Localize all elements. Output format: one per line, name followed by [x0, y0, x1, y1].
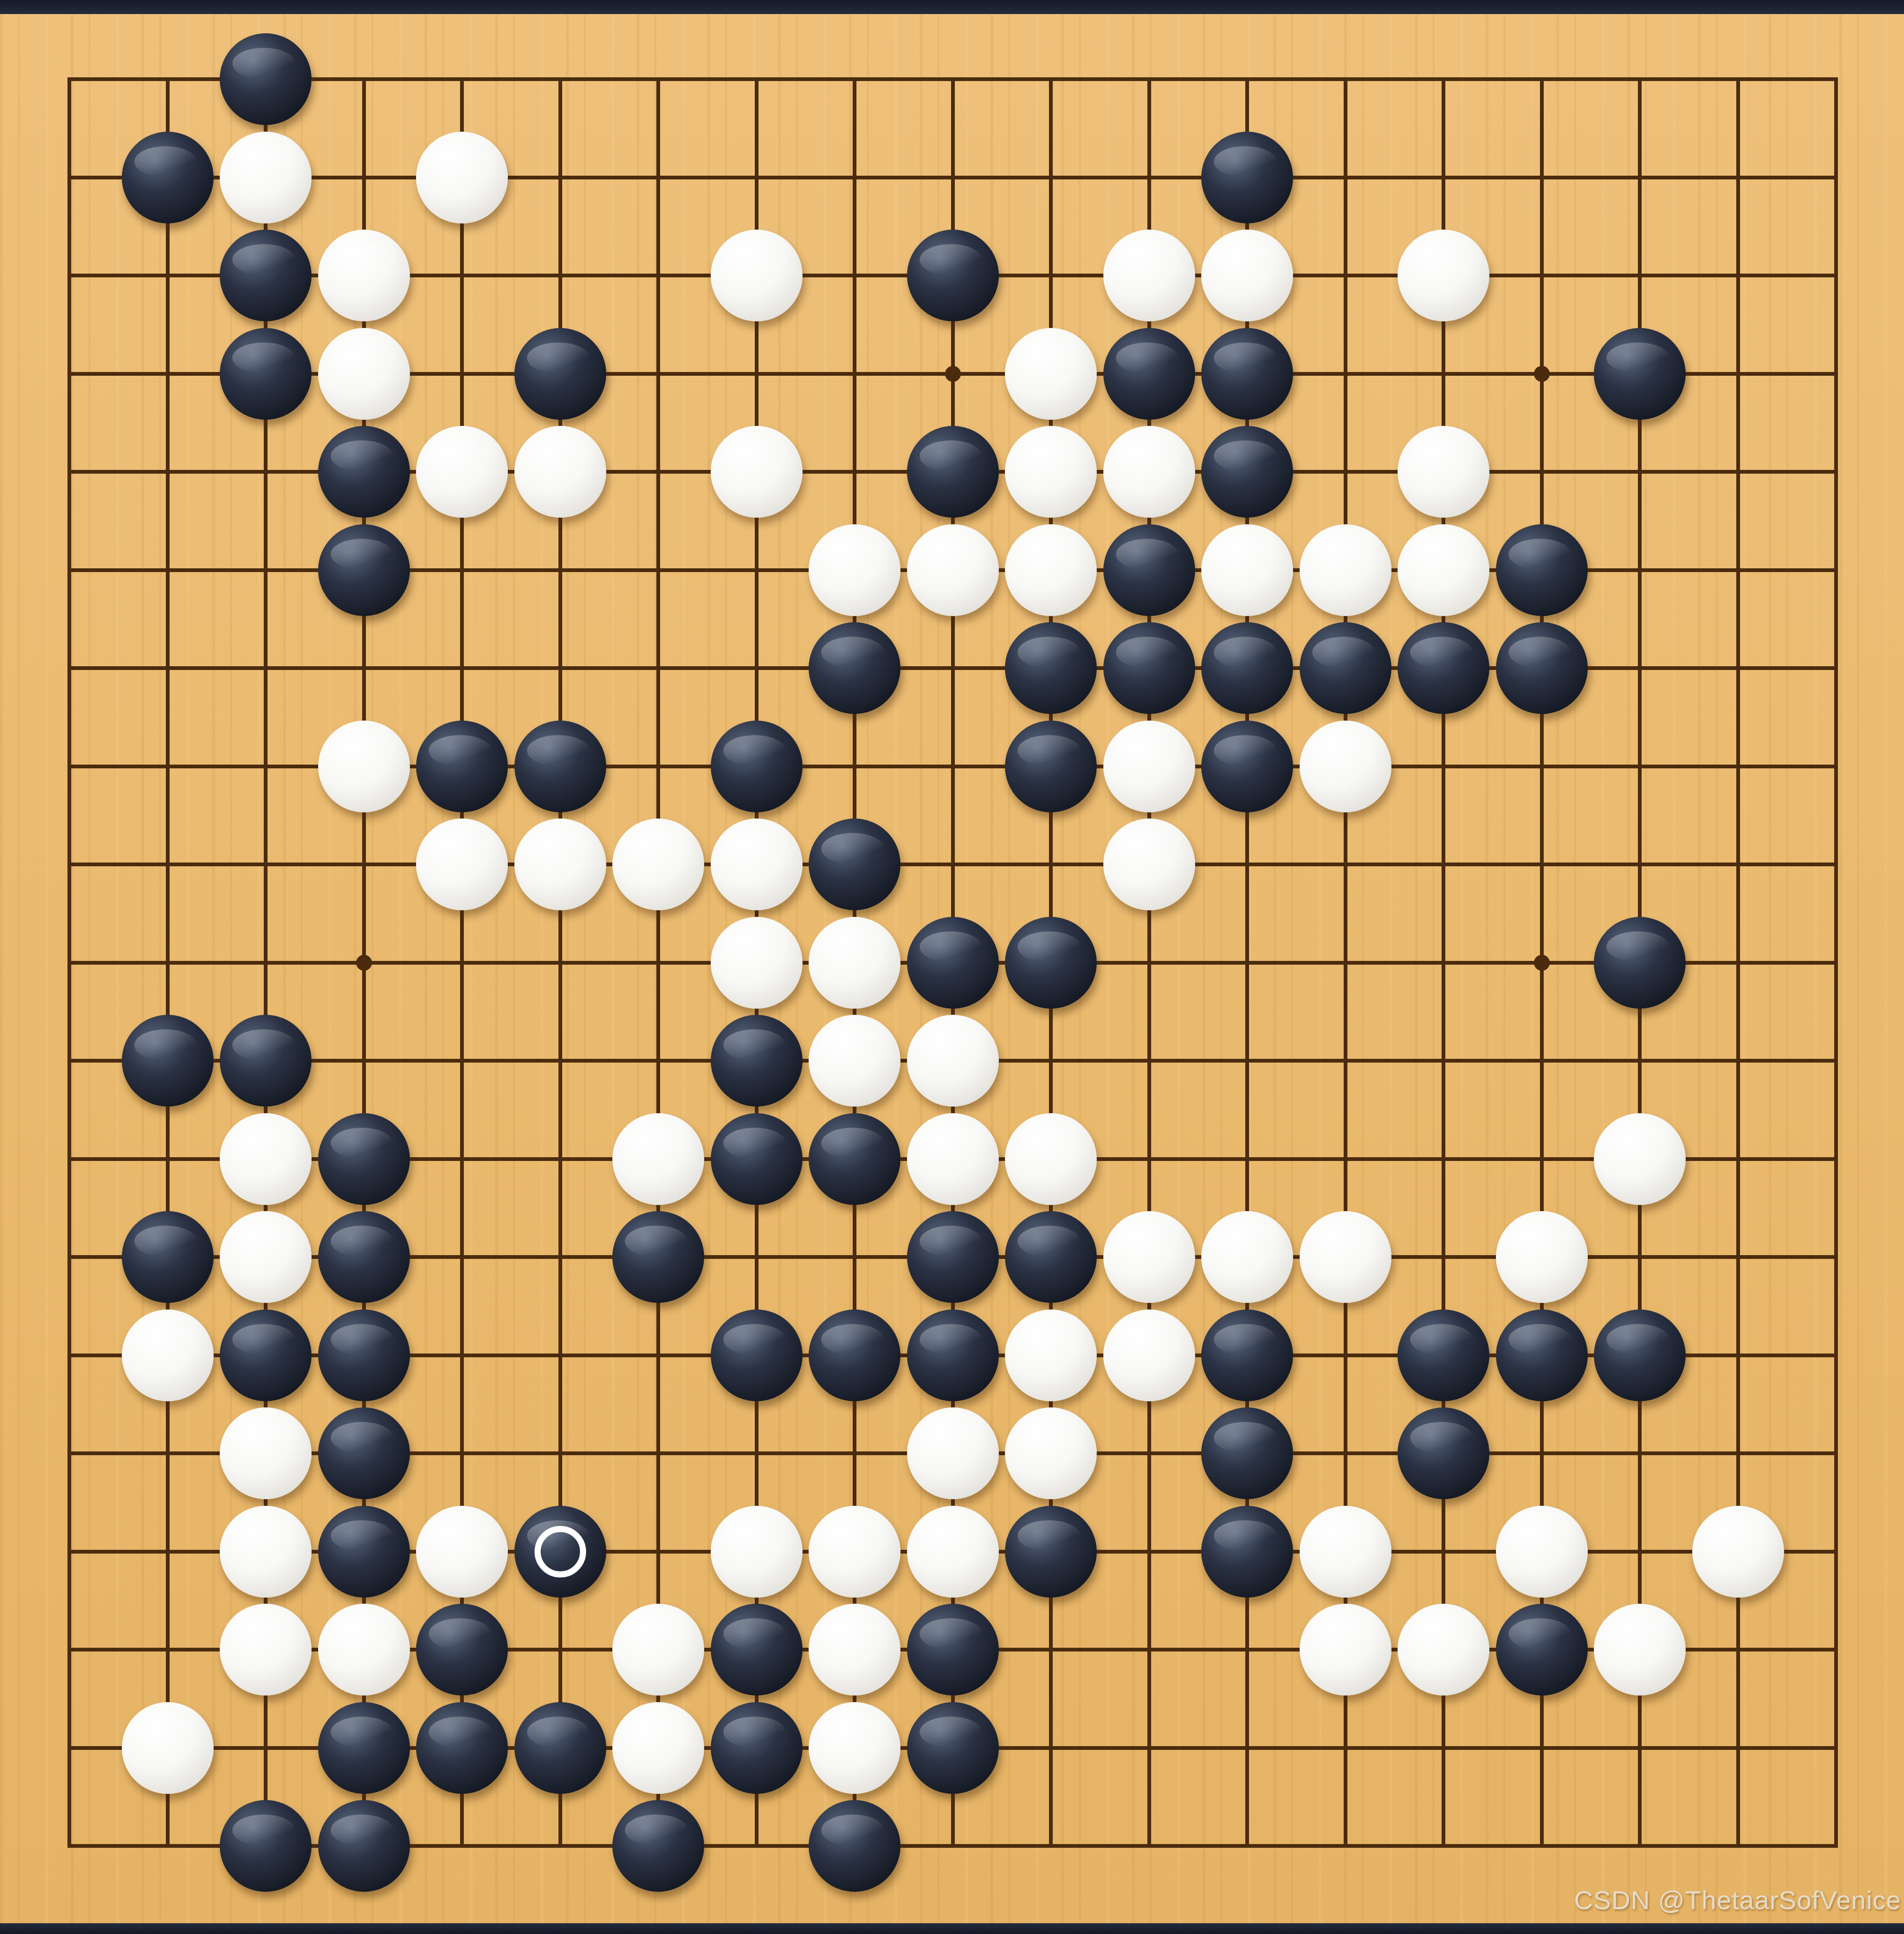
white-stone — [612, 1604, 704, 1696]
stone-highlight — [625, 833, 687, 864]
stone-highlight — [331, 539, 393, 570]
white-stone — [612, 1702, 704, 1794]
stone-highlight — [1116, 440, 1178, 472]
white-stone — [416, 1506, 508, 1598]
white-stone — [1103, 818, 1195, 910]
star-point — [1534, 366, 1550, 382]
white-stone — [1496, 1506, 1588, 1598]
stone-highlight — [1116, 244, 1178, 275]
stone-highlight — [232, 342, 295, 374]
black-stone — [1594, 328, 1686, 420]
white-stone — [1005, 426, 1097, 518]
white-stone — [809, 524, 900, 616]
stone-highlight — [134, 1226, 197, 1257]
stone-highlight — [1018, 637, 1080, 668]
stone-highlight — [1410, 244, 1473, 275]
stone-highlight — [625, 1815, 687, 1846]
white-stone — [907, 1407, 999, 1499]
stone-highlight — [821, 539, 884, 570]
black-stone — [1496, 524, 1588, 616]
stone-highlight — [1509, 1520, 1571, 1552]
stone-highlight — [232, 48, 295, 79]
white-stone — [1594, 1604, 1686, 1696]
white-stone — [809, 1015, 900, 1107]
white-stone — [1201, 524, 1293, 616]
stone-highlight — [723, 1520, 786, 1552]
stone-highlight — [1214, 342, 1276, 374]
stone-highlight — [527, 735, 589, 766]
white-stone — [711, 230, 803, 321]
black-stone — [1398, 622, 1489, 714]
black-stone — [1496, 1309, 1588, 1401]
black-stone — [318, 1702, 410, 1794]
stone-highlight — [1214, 244, 1276, 275]
stone-highlight — [1116, 735, 1178, 766]
stone-highlight — [1606, 1128, 1669, 1159]
black-stone — [318, 1800, 410, 1892]
white-stone — [612, 818, 704, 910]
stone-highlight — [232, 1520, 295, 1552]
stone-highlight — [1018, 440, 1080, 472]
stone-highlight — [331, 244, 393, 275]
bottom-window-bar — [0, 1923, 1904, 1934]
stone-highlight — [1606, 1324, 1669, 1355]
black-stone — [907, 917, 999, 1009]
stone-highlight — [821, 637, 884, 668]
stone-highlight — [1410, 637, 1473, 668]
white-stone — [1201, 1211, 1293, 1303]
white-stone — [1103, 1211, 1195, 1303]
black-stone — [416, 1702, 508, 1794]
stone-highlight — [920, 1324, 982, 1355]
stone-highlight — [1606, 931, 1669, 963]
stone-highlight — [723, 1717, 786, 1748]
white-stone — [612, 1113, 704, 1205]
white-stone — [907, 1506, 999, 1598]
black-stone — [318, 1407, 410, 1499]
stone-highlight — [1509, 1324, 1571, 1355]
black-stone — [1496, 622, 1588, 714]
white-stone — [1005, 1309, 1097, 1401]
stone-highlight — [1606, 342, 1669, 374]
stone-highlight — [331, 1815, 393, 1846]
white-stone — [1300, 1604, 1391, 1696]
white-stone — [220, 1604, 312, 1696]
black-stone — [809, 1113, 900, 1205]
black-stone — [122, 1211, 214, 1303]
screenshot-stage: CSDN @ThetaarSofVenice — [0, 0, 1904, 1934]
black-stone — [220, 230, 312, 321]
stone-highlight — [527, 1717, 589, 1748]
stone-highlight — [1018, 1128, 1080, 1159]
white-stone — [1103, 230, 1195, 321]
white-stone — [416, 426, 508, 518]
stone-highlight — [1018, 1520, 1080, 1552]
stone-highlight — [134, 1029, 197, 1061]
stone-highlight — [920, 1618, 982, 1650]
black-stone — [1201, 721, 1293, 812]
stone-highlight — [723, 440, 786, 472]
white-stone — [220, 1407, 312, 1499]
stone-highlight — [821, 1128, 884, 1159]
stone-highlight — [920, 1226, 982, 1257]
black-stone — [514, 721, 606, 812]
stone-highlight — [1018, 342, 1080, 374]
stone-highlight — [1018, 1226, 1080, 1257]
stone-highlight — [1116, 342, 1178, 374]
stone-highlight — [1214, 1422, 1276, 1453]
stone-highlight — [1018, 1422, 1080, 1453]
black-stone — [318, 1309, 410, 1401]
stone-highlight — [331, 440, 393, 472]
stone-highlight — [527, 342, 589, 374]
white-stone — [1103, 426, 1195, 518]
stone-highlight — [429, 1717, 491, 1748]
black-stone — [122, 132, 214, 223]
stone-highlight — [1018, 931, 1080, 963]
black-stone — [318, 524, 410, 616]
stone-highlight — [920, 1128, 982, 1159]
stone-highlight — [232, 1815, 295, 1846]
stone-highlight — [920, 1717, 982, 1748]
white-stone — [907, 1113, 999, 1205]
stone-highlight — [232, 1422, 295, 1453]
white-stone — [318, 328, 410, 420]
stone-highlight — [920, 539, 982, 570]
stone-highlight — [429, 440, 491, 472]
black-stone — [809, 818, 900, 910]
white-stone — [1103, 721, 1195, 812]
black-stone — [1398, 1407, 1489, 1499]
stone-highlight — [920, 440, 982, 472]
black-stone — [1103, 328, 1195, 420]
white-stone — [711, 818, 803, 910]
black-stone — [1005, 622, 1097, 714]
black-stone — [907, 426, 999, 518]
stone-highlight — [232, 146, 295, 178]
white-stone — [1005, 1113, 1097, 1205]
white-stone — [122, 1702, 214, 1794]
stone-highlight — [429, 735, 491, 766]
stone-highlight — [723, 1128, 786, 1159]
stone-highlight — [331, 1324, 393, 1355]
white-stone — [1005, 1407, 1097, 1499]
stone-highlight — [1214, 440, 1276, 472]
black-stone — [318, 426, 410, 518]
black-stone — [1103, 622, 1195, 714]
stone-highlight — [1018, 735, 1080, 766]
stone-highlight — [723, 1618, 786, 1650]
stone-highlight — [1116, 1324, 1178, 1355]
black-stone — [220, 1309, 312, 1401]
stone-highlight — [723, 1029, 786, 1061]
stone-highlight — [1312, 735, 1375, 766]
stone-highlight — [1410, 1618, 1473, 1650]
star-point — [1534, 955, 1550, 971]
white-stone — [416, 818, 508, 910]
white-stone — [809, 1702, 900, 1794]
stone-highlight — [920, 1422, 982, 1453]
black-stone — [907, 1309, 999, 1401]
white-stone — [1005, 524, 1097, 616]
black-stone — [1201, 1407, 1293, 1499]
stone-highlight — [331, 1717, 393, 1748]
white-stone — [1300, 1506, 1391, 1598]
stone-highlight — [920, 244, 982, 275]
black-stone — [809, 1309, 900, 1401]
stone-highlight — [723, 244, 786, 275]
stone-highlight — [232, 1618, 295, 1650]
white-stone — [122, 1309, 214, 1401]
white-stone — [318, 230, 410, 321]
stone-highlight — [821, 1324, 884, 1355]
stone-highlight — [625, 1717, 687, 1748]
stone-highlight — [1509, 637, 1571, 668]
white-stone — [220, 1211, 312, 1303]
stone-highlight — [821, 1717, 884, 1748]
black-stone — [318, 1211, 410, 1303]
stone-highlight — [134, 1324, 197, 1355]
star-point — [356, 955, 372, 971]
white-stone — [416, 132, 508, 223]
white-stone — [318, 1604, 410, 1696]
black-stone — [1005, 1506, 1097, 1598]
stone-highlight — [1116, 1226, 1178, 1257]
stone-highlight — [625, 1618, 687, 1650]
white-stone — [1398, 230, 1489, 321]
white-stone — [1201, 230, 1293, 321]
black-stone — [711, 1309, 803, 1401]
black-stone — [1201, 1309, 1293, 1401]
black-stone — [514, 1506, 606, 1598]
stone-highlight — [331, 1520, 393, 1552]
grid-line-vertical — [1442, 77, 1445, 1848]
white-stone — [1300, 721, 1391, 812]
black-stone — [1103, 524, 1195, 616]
stone-highlight — [429, 1618, 491, 1650]
stone-highlight — [232, 1324, 295, 1355]
black-stone — [416, 721, 508, 812]
white-stone — [1398, 426, 1489, 518]
stone-highlight — [1214, 146, 1276, 178]
white-stone — [318, 721, 410, 812]
stone-highlight — [920, 931, 982, 963]
stone-highlight — [527, 833, 589, 864]
stone-highlight — [821, 1029, 884, 1061]
stone-highlight — [232, 1128, 295, 1159]
white-stone — [1103, 1309, 1195, 1401]
stone-highlight — [1214, 539, 1276, 570]
stone-highlight — [527, 440, 589, 472]
stone-highlight — [429, 833, 491, 864]
black-stone — [1005, 721, 1097, 812]
black-stone — [809, 1800, 900, 1892]
stone-highlight — [331, 1618, 393, 1650]
stone-highlight — [134, 1717, 197, 1748]
black-stone — [711, 1604, 803, 1696]
stone-highlight — [723, 931, 786, 963]
stone-highlight — [1410, 1422, 1473, 1453]
stone-highlight — [821, 833, 884, 864]
stone-highlight — [1214, 1226, 1276, 1257]
black-stone — [416, 1604, 508, 1696]
last-move-marker — [535, 1526, 586, 1577]
stone-highlight — [429, 1520, 491, 1552]
stone-highlight — [625, 1128, 687, 1159]
black-stone — [1398, 1309, 1489, 1401]
stone-highlight — [821, 1815, 884, 1846]
stone-highlight — [1410, 440, 1473, 472]
black-stone — [907, 230, 999, 321]
stone-highlight — [920, 1520, 982, 1552]
black-stone — [1300, 622, 1391, 714]
black-stone — [907, 1604, 999, 1696]
black-stone — [1201, 328, 1293, 420]
black-stone — [612, 1800, 704, 1892]
stone-highlight — [1312, 1226, 1375, 1257]
black-stone — [1201, 1506, 1293, 1598]
black-stone — [1201, 622, 1293, 714]
stone-highlight — [1705, 1520, 1767, 1552]
black-stone — [711, 1015, 803, 1107]
grid-line-vertical — [1834, 77, 1838, 1848]
black-stone — [220, 328, 312, 420]
stone-highlight — [1606, 1618, 1669, 1650]
white-stone — [711, 426, 803, 518]
black-stone — [1201, 132, 1293, 223]
white-stone — [907, 1015, 999, 1107]
black-stone — [1496, 1604, 1588, 1696]
stone-highlight — [821, 1618, 884, 1650]
white-stone — [220, 1113, 312, 1205]
black-stone — [1201, 426, 1293, 518]
black-stone — [809, 622, 900, 714]
white-stone — [1398, 1604, 1489, 1696]
black-stone — [711, 721, 803, 812]
white-stone — [220, 1506, 312, 1598]
black-stone — [514, 1702, 606, 1794]
stone-highlight — [331, 735, 393, 766]
stone-highlight — [331, 1128, 393, 1159]
white-stone — [809, 1604, 900, 1696]
stone-highlight — [723, 1324, 786, 1355]
white-stone — [1692, 1506, 1784, 1598]
black-stone — [220, 1015, 312, 1107]
stone-highlight — [232, 244, 295, 275]
stone-highlight — [331, 1422, 393, 1453]
white-stone — [514, 426, 606, 518]
stone-highlight — [1214, 1520, 1276, 1552]
stone-highlight — [1018, 1324, 1080, 1355]
black-stone — [612, 1211, 704, 1303]
stone-highlight — [1312, 637, 1375, 668]
black-stone — [711, 1113, 803, 1205]
watermark-text: CSDN @ThetaarSofVenice — [1574, 1885, 1901, 1915]
black-stone — [514, 328, 606, 420]
stone-highlight — [1410, 1324, 1473, 1355]
stone-highlight — [1214, 735, 1276, 766]
stone-highlight — [920, 1029, 982, 1061]
black-stone — [1005, 917, 1097, 1009]
stone-highlight — [134, 146, 197, 178]
star-point — [945, 366, 961, 382]
stone-highlight — [1116, 637, 1178, 668]
stone-highlight — [1312, 539, 1375, 570]
black-stone — [711, 1702, 803, 1794]
white-stone — [1496, 1211, 1588, 1303]
stone-highlight — [1509, 1618, 1571, 1650]
black-stone — [220, 33, 312, 125]
stone-highlight — [821, 1520, 884, 1552]
white-stone — [1300, 524, 1391, 616]
black-stone — [318, 1506, 410, 1598]
stone-highlight — [1116, 833, 1178, 864]
white-stone — [1005, 328, 1097, 420]
white-stone — [711, 917, 803, 1009]
white-stone — [1300, 1211, 1391, 1303]
stone-highlight — [331, 342, 393, 374]
black-stone — [122, 1015, 214, 1107]
stone-highlight — [1018, 539, 1080, 570]
stone-highlight — [821, 931, 884, 963]
stone-highlight — [723, 833, 786, 864]
stone-highlight — [232, 1029, 295, 1061]
black-stone — [907, 1211, 999, 1303]
black-stone — [907, 1702, 999, 1794]
black-stone — [1594, 917, 1686, 1009]
black-stone — [318, 1113, 410, 1205]
stone-highlight — [1312, 1618, 1375, 1650]
stone-highlight — [331, 1226, 393, 1257]
black-stone — [220, 1800, 312, 1892]
stone-highlight — [1410, 539, 1473, 570]
stone-highlight — [1214, 637, 1276, 668]
white-stone — [907, 524, 999, 616]
white-stone — [220, 132, 312, 223]
stone-highlight — [1509, 539, 1571, 570]
white-stone — [514, 818, 606, 910]
white-stone — [711, 1506, 803, 1598]
top-window-bar — [0, 0, 1904, 14]
white-stone — [809, 1506, 900, 1598]
stone-highlight — [625, 1226, 687, 1257]
stone-highlight — [1509, 1226, 1571, 1257]
stone-highlight — [232, 1226, 295, 1257]
stone-highlight — [723, 735, 786, 766]
white-stone — [809, 917, 900, 1009]
white-stone — [1594, 1113, 1686, 1205]
black-stone — [1594, 1309, 1686, 1401]
stone-highlight — [1116, 539, 1178, 570]
white-stone — [1398, 524, 1489, 616]
stone-highlight — [429, 146, 491, 178]
stone-highlight — [1312, 1520, 1375, 1552]
stone-highlight — [1214, 1324, 1276, 1355]
black-stone — [1005, 1211, 1097, 1303]
